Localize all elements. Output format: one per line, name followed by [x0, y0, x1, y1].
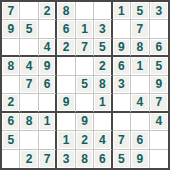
cell-r7c4[interactable]	[57, 113, 75, 131]
cell-r8c2[interactable]	[20, 131, 38, 149]
cell-r7c7[interactable]	[113, 113, 131, 131]
cell-r8c3[interactable]	[39, 131, 57, 149]
cell-r4c7: 6	[113, 57, 131, 75]
cell-r1c8: 5	[131, 2, 149, 20]
cell-r3c5: 7	[76, 39, 94, 57]
cell-r8c1: 5	[2, 131, 20, 149]
cell-r2c3[interactable]	[39, 20, 57, 38]
cell-r4c1: 8	[2, 57, 20, 75]
cell-r4c9: 5	[150, 57, 168, 75]
cell-r7c5: 9	[76, 113, 94, 131]
cell-r5c9: 9	[150, 76, 168, 94]
cell-r5c8[interactable]	[131, 76, 149, 94]
cell-r2c4: 6	[57, 20, 75, 38]
cell-r6c9: 7	[150, 94, 168, 112]
cell-r3c2[interactable]	[20, 39, 38, 57]
cell-r9c8: 9	[131, 150, 149, 168]
cell-r2c8: 7	[131, 20, 149, 38]
cell-r9c6: 6	[94, 150, 112, 168]
cell-r7c3: 1	[39, 113, 57, 131]
cell-r6c1: 2	[2, 94, 20, 112]
cell-r1c6[interactable]	[94, 2, 112, 20]
cell-r6c3[interactable]	[39, 94, 57, 112]
cell-r5c7: 3	[113, 76, 131, 94]
cell-r8c9[interactable]	[150, 131, 168, 149]
cell-r1c3: 2	[39, 2, 57, 20]
cell-r3c1[interactable]	[2, 39, 20, 57]
cell-r3c7: 9	[113, 39, 131, 57]
cell-r4c2: 4	[20, 57, 38, 75]
cell-r1c2[interactable]	[20, 2, 38, 20]
cell-r7c8[interactable]	[131, 113, 149, 131]
cell-r4c6: 2	[94, 57, 112, 75]
cell-r7c6[interactable]	[94, 113, 112, 131]
cell-r3c6: 5	[94, 39, 112, 57]
cell-r9c4: 3	[57, 150, 75, 168]
sudoku-board: 7281539561374275986849261576583929147681…	[0, 0, 170, 170]
cell-r3c4: 2	[57, 39, 75, 57]
cell-r8c8: 6	[131, 131, 149, 149]
cell-r9c9[interactable]	[150, 150, 168, 168]
cell-r6c4: 9	[57, 94, 75, 112]
cell-r5c3: 6	[39, 76, 57, 94]
cell-r8c6: 4	[94, 131, 112, 149]
cell-r6c7[interactable]	[113, 94, 131, 112]
cell-r6c8: 4	[131, 94, 149, 112]
cell-r2c6: 3	[94, 20, 112, 38]
cell-r7c2: 8	[20, 113, 38, 131]
cell-r1c7: 1	[113, 2, 131, 20]
cell-r2c9[interactable]	[150, 20, 168, 38]
cell-r1c9: 3	[150, 2, 168, 20]
cell-r4c4[interactable]	[57, 57, 75, 75]
cell-r4c8: 1	[131, 57, 149, 75]
cell-r7c9: 4	[150, 113, 168, 131]
cell-r6c2[interactable]	[20, 94, 38, 112]
cell-r9c7: 5	[113, 150, 131, 168]
cell-r6c6: 1	[94, 94, 112, 112]
cell-r1c4: 8	[57, 2, 75, 20]
cell-r6c5[interactable]	[76, 94, 94, 112]
cell-r8c5: 2	[76, 131, 94, 149]
cell-r4c3: 9	[39, 57, 57, 75]
cell-r5c6: 8	[94, 76, 112, 94]
cell-r1c1: 7	[2, 2, 20, 20]
cell-r1c5[interactable]	[76, 2, 94, 20]
cell-r8c4: 1	[57, 131, 75, 149]
cell-r9c5: 8	[76, 150, 94, 168]
cell-r3c8: 8	[131, 39, 149, 57]
cell-r5c5: 5	[76, 76, 94, 94]
cell-r3c3: 4	[39, 39, 57, 57]
cell-r8c7: 7	[113, 131, 131, 149]
cell-r7c1: 6	[2, 113, 20, 131]
cell-r5c4[interactable]	[57, 76, 75, 94]
cell-r4c5[interactable]	[76, 57, 94, 75]
cell-r2c5: 1	[76, 20, 94, 38]
cell-r2c1: 9	[2, 20, 20, 38]
cell-r2c2: 5	[20, 20, 38, 38]
cell-r2c7[interactable]	[113, 20, 131, 38]
cell-r9c3: 7	[39, 150, 57, 168]
cell-r3c9: 6	[150, 39, 168, 57]
cell-r9c1[interactable]	[2, 150, 20, 168]
cell-r9c2: 2	[20, 150, 38, 168]
cell-r5c2: 7	[20, 76, 38, 94]
cell-r5c1[interactable]	[2, 76, 20, 94]
